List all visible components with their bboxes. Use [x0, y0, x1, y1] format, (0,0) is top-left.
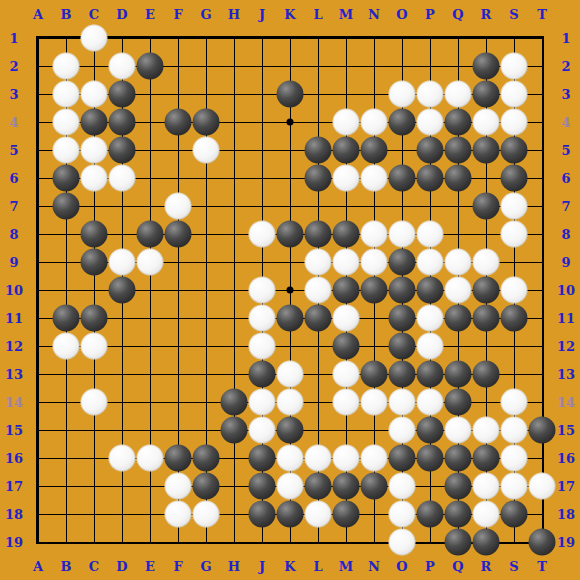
stone-white[interactable]	[109, 445, 136, 472]
stone-black[interactable]	[473, 445, 500, 472]
stone-black[interactable]	[137, 221, 164, 248]
stone-white[interactable]	[193, 501, 220, 528]
row-label-left: 2	[9, 60, 18, 73]
stone-black[interactable]	[417, 445, 444, 472]
star-point	[287, 287, 294, 294]
stone-black[interactable]	[137, 53, 164, 80]
stone-black[interactable]	[389, 333, 416, 360]
stone-white[interactable]	[165, 473, 192, 500]
stone-white[interactable]	[445, 417, 472, 444]
stone-black[interactable]	[501, 137, 528, 164]
column-label-bottom: T	[537, 560, 547, 573]
column-label-bottom: M	[339, 560, 353, 573]
stone-white[interactable]	[389, 417, 416, 444]
stone-white[interactable]	[473, 473, 500, 500]
stone-white[interactable]	[501, 389, 528, 416]
stone-black[interactable]	[445, 165, 472, 192]
stone-black[interactable]	[165, 445, 192, 472]
stone-white[interactable]	[81, 333, 108, 360]
stone-black[interactable]	[249, 445, 276, 472]
stone-black[interactable]	[305, 165, 332, 192]
row-label-right: 2	[561, 60, 570, 73]
stone-black[interactable]	[389, 109, 416, 136]
column-label-bottom: J	[259, 560, 265, 573]
stone-white[interactable]	[417, 81, 444, 108]
row-label-right: 11	[557, 312, 575, 325]
stone-black[interactable]	[389, 277, 416, 304]
stone-black[interactable]	[389, 305, 416, 332]
row-label-left: 13	[5, 368, 23, 381]
stone-white[interactable]	[417, 249, 444, 276]
stone-black[interactable]	[417, 137, 444, 164]
column-label-bottom: L	[313, 560, 322, 573]
column-label-top: S	[509, 8, 518, 21]
stone-white[interactable]	[53, 53, 80, 80]
stone-black[interactable]	[81, 249, 108, 276]
stone-white[interactable]	[417, 305, 444, 332]
stone-black[interactable]	[333, 501, 360, 528]
stone-black[interactable]	[221, 389, 248, 416]
stone-black[interactable]	[109, 277, 136, 304]
stone-black[interactable]	[361, 361, 388, 388]
stone-black[interactable]	[389, 165, 416, 192]
stone-black[interactable]	[109, 109, 136, 136]
row-label-right: 7	[561, 200, 570, 213]
stone-black[interactable]	[305, 221, 332, 248]
row-label-right: 18	[557, 508, 575, 521]
column-label-bottom: K	[284, 560, 295, 573]
stone-black[interactable]	[333, 137, 360, 164]
stone-black[interactable]	[417, 361, 444, 388]
stone-white[interactable]	[501, 109, 528, 136]
stone-white[interactable]	[417, 109, 444, 136]
stone-black[interactable]	[473, 361, 500, 388]
stone-white[interactable]	[165, 193, 192, 220]
row-label-right: 8	[561, 228, 570, 241]
stone-white[interactable]	[501, 417, 528, 444]
stone-black[interactable]	[501, 501, 528, 528]
stone-white[interactable]	[81, 165, 108, 192]
column-label-bottom: F	[173, 560, 182, 573]
stone-black[interactable]	[53, 305, 80, 332]
stone-black[interactable]	[165, 109, 192, 136]
stone-white[interactable]	[53, 137, 80, 164]
stone-white[interactable]	[389, 529, 416, 556]
stone-white[interactable]	[417, 389, 444, 416]
stone-white[interactable]	[249, 333, 276, 360]
stone-black[interactable]	[445, 501, 472, 528]
stone-white[interactable]	[333, 361, 360, 388]
column-label-top: E	[145, 8, 155, 21]
stone-black[interactable]	[473, 81, 500, 108]
row-label-left: 14	[5, 396, 23, 409]
row-label-left: 16	[5, 452, 23, 465]
stone-white[interactable]	[389, 81, 416, 108]
column-label-top: K	[284, 8, 295, 21]
stone-black[interactable]	[277, 305, 304, 332]
column-label-top: M	[339, 8, 353, 21]
stone-black[interactable]	[473, 137, 500, 164]
stone-black[interactable]	[529, 529, 556, 556]
stone-white[interactable]	[81, 81, 108, 108]
stone-black[interactable]	[417, 501, 444, 528]
stone-black[interactable]	[445, 529, 472, 556]
stone-white[interactable]	[389, 221, 416, 248]
stone-black[interactable]	[445, 445, 472, 472]
column-label-bottom: S	[509, 560, 518, 573]
stone-white[interactable]	[81, 25, 108, 52]
stone-white[interactable]	[389, 473, 416, 500]
stone-white[interactable]	[137, 445, 164, 472]
stone-white[interactable]	[305, 249, 332, 276]
column-label-top: O	[396, 8, 407, 21]
stone-white[interactable]	[501, 193, 528, 220]
row-label-left: 9	[9, 256, 18, 269]
stone-white[interactable]	[109, 165, 136, 192]
column-label-top: F	[173, 8, 182, 21]
stone-white[interactable]	[473, 417, 500, 444]
stone-white[interactable]	[473, 501, 500, 528]
column-label-bottom: Q	[452, 560, 463, 573]
stone-black[interactable]	[249, 501, 276, 528]
stone-white[interactable]	[305, 445, 332, 472]
stone-black[interactable]	[249, 473, 276, 500]
stone-black[interactable]	[333, 473, 360, 500]
stone-black[interactable]	[445, 389, 472, 416]
stone-black[interactable]	[417, 417, 444, 444]
stone-white[interactable]	[333, 249, 360, 276]
stone-white[interactable]	[109, 249, 136, 276]
stone-white[interactable]	[417, 333, 444, 360]
stone-white[interactable]	[81, 389, 108, 416]
column-label-bottom: O	[396, 560, 407, 573]
stone-black[interactable]	[445, 305, 472, 332]
grid-line-h	[38, 346, 542, 347]
stone-black[interactable]	[417, 277, 444, 304]
row-label-right: 6	[561, 172, 570, 185]
stone-black[interactable]	[193, 473, 220, 500]
row-label-left: 4	[9, 116, 18, 129]
stone-black[interactable]	[333, 277, 360, 304]
stone-black[interactable]	[277, 221, 304, 248]
stone-white[interactable]	[445, 249, 472, 276]
stone-white[interactable]	[501, 53, 528, 80]
stone-black[interactable]	[473, 529, 500, 556]
stone-white[interactable]	[53, 81, 80, 108]
stone-black[interactable]	[389, 249, 416, 276]
stone-white[interactable]	[501, 473, 528, 500]
stone-black[interactable]	[333, 221, 360, 248]
stone-white[interactable]	[473, 109, 500, 136]
stone-black[interactable]	[193, 445, 220, 472]
stone-black[interactable]	[305, 137, 332, 164]
stone-black[interactable]	[389, 361, 416, 388]
column-label-top: Q	[452, 8, 463, 21]
row-label-right: 3	[561, 88, 570, 101]
stone-white[interactable]	[445, 81, 472, 108]
stone-white[interactable]	[501, 445, 528, 472]
stone-white[interactable]	[473, 249, 500, 276]
column-label-bottom: N	[368, 560, 380, 573]
column-label-top: D	[116, 8, 127, 21]
row-label-right: 4	[561, 116, 570, 129]
grid-line-v	[542, 38, 543, 542]
stone-white[interactable]	[305, 277, 332, 304]
stone-white[interactable]	[361, 109, 388, 136]
row-label-left: 19	[5, 536, 23, 549]
column-label-top: L	[313, 8, 322, 21]
stone-black[interactable]	[333, 333, 360, 360]
column-label-top: N	[368, 8, 380, 21]
row-label-left: 15	[5, 424, 23, 437]
stone-white[interactable]	[361, 221, 388, 248]
stone-black[interactable]	[165, 221, 192, 248]
stone-black[interactable]	[529, 417, 556, 444]
stone-black[interactable]	[389, 445, 416, 472]
stone-white[interactable]	[445, 277, 472, 304]
stone-white[interactable]	[333, 305, 360, 332]
column-label-top: B	[61, 8, 72, 21]
stone-black[interactable]	[445, 361, 472, 388]
stone-black[interactable]	[473, 305, 500, 332]
row-label-left: 12	[5, 340, 23, 353]
row-label-left: 1	[9, 32, 18, 45]
row-label-right: 16	[557, 452, 575, 465]
column-label-bottom: D	[116, 560, 127, 573]
column-label-bottom: B	[61, 560, 72, 573]
stone-white[interactable]	[417, 221, 444, 248]
stone-white[interactable]	[53, 109, 80, 136]
stone-white[interactable]	[501, 221, 528, 248]
stone-white[interactable]	[81, 137, 108, 164]
stone-white[interactable]	[333, 389, 360, 416]
stone-white[interactable]	[193, 137, 220, 164]
stone-black[interactable]	[221, 417, 248, 444]
stone-white[interactable]	[389, 501, 416, 528]
stone-black[interactable]	[473, 193, 500, 220]
stone-black[interactable]	[361, 277, 388, 304]
column-label-bottom: E	[145, 560, 155, 573]
stone-black[interactable]	[109, 81, 136, 108]
stone-white[interactable]	[53, 333, 80, 360]
stone-white[interactable]	[501, 277, 528, 304]
star-point	[287, 119, 294, 126]
stone-white[interactable]	[389, 389, 416, 416]
stone-white[interactable]	[333, 165, 360, 192]
stone-black[interactable]	[53, 165, 80, 192]
stone-black[interactable]	[53, 193, 80, 220]
column-label-top: P	[425, 8, 435, 21]
stone-black[interactable]	[361, 137, 388, 164]
stone-white[interactable]	[277, 445, 304, 472]
stone-white[interactable]	[277, 473, 304, 500]
stone-white[interactable]	[249, 389, 276, 416]
row-label-right: 13	[557, 368, 575, 381]
column-label-top: H	[228, 8, 240, 21]
stone-black[interactable]	[109, 137, 136, 164]
go-board[interactable]: AABBCCDDEEFFGGHHJJKKLLMMNNOOPPQQRRSSTT11…	[0, 0, 580, 580]
column-label-top: T	[537, 8, 547, 21]
row-label-right: 10	[557, 284, 575, 297]
row-label-right: 19	[557, 536, 575, 549]
stone-black[interactable]	[473, 277, 500, 304]
column-label-top: C	[89, 8, 99, 21]
stone-black[interactable]	[501, 305, 528, 332]
row-label-left: 11	[5, 312, 23, 325]
stone-black[interactable]	[501, 165, 528, 192]
stone-black[interactable]	[81, 109, 108, 136]
column-label-top: A	[33, 8, 43, 21]
stone-white[interactable]	[277, 361, 304, 388]
stone-white[interactable]	[249, 277, 276, 304]
stone-black[interactable]	[277, 501, 304, 528]
stone-white[interactable]	[249, 221, 276, 248]
column-label-bottom: A	[33, 560, 43, 573]
row-label-right: 9	[561, 256, 570, 269]
stone-white[interactable]	[361, 165, 388, 192]
stone-black[interactable]	[305, 473, 332, 500]
stone-black[interactable]	[473, 53, 500, 80]
stone-white[interactable]	[333, 445, 360, 472]
row-label-left: 7	[9, 200, 18, 213]
row-label-right: 17	[557, 480, 575, 493]
stone-white[interactable]	[249, 305, 276, 332]
stone-white[interactable]	[277, 389, 304, 416]
column-label-bottom: G	[200, 560, 211, 573]
column-label-bottom: P	[425, 560, 435, 573]
stone-black[interactable]	[305, 305, 332, 332]
stone-white[interactable]	[501, 81, 528, 108]
column-label-top: J	[259, 8, 265, 21]
stone-white[interactable]	[249, 417, 276, 444]
stone-white[interactable]	[361, 445, 388, 472]
column-label-top: G	[200, 8, 211, 21]
stone-black[interactable]	[445, 109, 472, 136]
stone-black[interactable]	[249, 361, 276, 388]
stone-black[interactable]	[81, 221, 108, 248]
stone-white[interactable]	[361, 389, 388, 416]
row-label-right: 14	[557, 396, 575, 409]
row-label-right: 5	[561, 144, 570, 157]
stone-white[interactable]	[361, 249, 388, 276]
stone-white[interactable]	[333, 109, 360, 136]
row-label-left: 3	[9, 88, 18, 101]
row-label-left: 18	[5, 508, 23, 521]
stone-black[interactable]	[417, 165, 444, 192]
stone-white[interactable]	[529, 473, 556, 500]
row-label-left: 5	[9, 144, 18, 157]
stone-white[interactable]	[305, 501, 332, 528]
row-label-left: 6	[9, 172, 18, 185]
column-label-bottom: H	[228, 560, 240, 573]
stone-white[interactable]	[109, 53, 136, 80]
stone-white[interactable]	[165, 501, 192, 528]
stone-black[interactable]	[193, 109, 220, 136]
stone-black[interactable]	[277, 417, 304, 444]
row-label-right: 1	[561, 32, 570, 45]
stone-black[interactable]	[277, 81, 304, 108]
row-label-left: 17	[5, 480, 23, 493]
row-label-left: 8	[9, 228, 18, 241]
column-label-top: R	[481, 8, 492, 21]
row-label-right: 12	[557, 340, 575, 353]
row-label-left: 10	[5, 284, 23, 297]
column-label-bottom: C	[89, 560, 99, 573]
stone-black[interactable]	[361, 473, 388, 500]
row-label-right: 15	[557, 424, 575, 437]
stone-black[interactable]	[81, 305, 108, 332]
stone-black[interactable]	[445, 473, 472, 500]
stone-white[interactable]	[137, 249, 164, 276]
column-label-bottom: R	[481, 560, 492, 573]
stone-black[interactable]	[445, 137, 472, 164]
